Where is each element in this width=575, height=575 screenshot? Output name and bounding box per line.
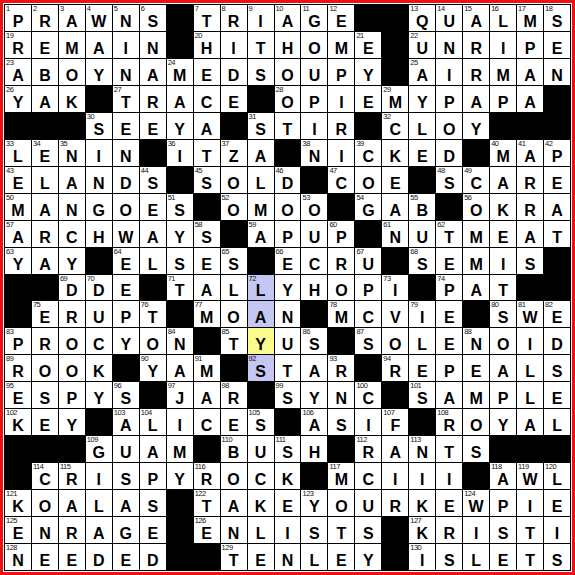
- cell-r20c19[interactable]: S: [490, 517, 516, 543]
- cell-r16c3[interactable]: Y: [59, 409, 85, 435]
- cell-r18c21[interactable]: 120L: [544, 463, 570, 489]
- cell-r3c9[interactable]: D: [221, 59, 247, 85]
- cell-r1c2[interactable]: 2R: [32, 5, 58, 31]
- cell-r14c12[interactable]: A: [301, 355, 327, 381]
- cell-r1c16[interactable]: 13Q: [409, 5, 435, 31]
- cell-r19c20[interactable]: I: [517, 490, 543, 516]
- cell-r7c19[interactable]: A: [490, 167, 516, 193]
- cell-r10c17[interactable]: E: [436, 248, 462, 274]
- cell-r4c14[interactable]: E: [355, 86, 381, 112]
- cell-r21c2[interactable]: E: [32, 544, 58, 570]
- cell-r14c17[interactable]: P: [436, 355, 462, 381]
- cell-r12c16[interactable]: 79I: [409, 301, 435, 327]
- cell-r21c4[interactable]: D: [86, 544, 112, 570]
- cell-r10c5[interactable]: 64E: [113, 248, 139, 274]
- cell-r18c5[interactable]: S: [113, 463, 139, 489]
- cell-r2c2[interactable]: E: [32, 32, 58, 58]
- cell-r16c9[interactable]: E: [221, 409, 247, 435]
- cell-r15c17[interactable]: A: [436, 382, 462, 408]
- cell-r2c3[interactable]: M: [59, 32, 85, 58]
- cell-r1c9[interactable]: 8R: [221, 5, 247, 31]
- cell-r9c4[interactable]: H: [86, 221, 112, 247]
- cell-r3c19[interactable]: M: [490, 59, 516, 85]
- cell-r9c17[interactable]: 62T: [436, 221, 462, 247]
- cell-r1c1[interactable]: 1P: [5, 5, 31, 31]
- cell-r6c1[interactable]: 33L: [5, 140, 31, 166]
- cell-r8c21[interactable]: A: [544, 194, 570, 220]
- cell-r18c16[interactable]: I: [409, 463, 435, 489]
- cell-r14c2[interactable]: O: [32, 355, 58, 381]
- cell-r21c6[interactable]: D: [140, 544, 166, 570]
- cell-r15c4[interactable]: Y: [86, 382, 112, 408]
- cell-r4c12[interactable]: P: [301, 86, 327, 112]
- cell-r16c21[interactable]: L: [544, 409, 570, 435]
- cell-r6c14[interactable]: 39C: [355, 140, 381, 166]
- cell-r2c9[interactable]: I: [221, 32, 247, 58]
- cell-r14c20[interactable]: L: [517, 355, 543, 381]
- cell-r10c11[interactable]: 66E: [275, 248, 301, 274]
- cell-r1c6[interactable]: 6S: [140, 5, 166, 31]
- cell-r3c20[interactable]: A: [517, 59, 543, 85]
- cell-r2c6[interactable]: N: [140, 32, 166, 58]
- cell-r15c16[interactable]: 101S: [409, 382, 435, 408]
- cell-r5c12[interactable]: I: [301, 113, 327, 139]
- cell-r14c10[interactable]: 92S: [248, 355, 274, 381]
- cell-r2c11[interactable]: H: [275, 32, 301, 58]
- cell-r9c10[interactable]: 59A: [248, 221, 274, 247]
- cell-r16c6[interactable]: 104L: [140, 409, 166, 435]
- cell-r18c7[interactable]: Y: [167, 463, 193, 489]
- cell-r19c10[interactable]: K: [248, 490, 274, 516]
- cell-r19c4[interactable]: L: [86, 490, 112, 516]
- cell-r9c20[interactable]: A: [517, 221, 543, 247]
- cell-r11c7[interactable]: 71T: [167, 275, 193, 301]
- cell-r13c19[interactable]: O: [490, 328, 516, 354]
- cell-r13c10[interactable]: Y: [248, 328, 274, 354]
- cell-r7c18[interactable]: 49C: [463, 167, 489, 193]
- cell-r12c3[interactable]: R: [59, 301, 85, 327]
- cell-r11c15[interactable]: 73I: [382, 275, 408, 301]
- cell-r21c12[interactable]: L: [301, 544, 327, 570]
- cell-r7c9[interactable]: O: [221, 167, 247, 193]
- cell-r16c15[interactable]: 107F: [382, 409, 408, 435]
- cell-r15c3[interactable]: P: [59, 382, 85, 408]
- cell-r19c1[interactable]: 121K: [5, 490, 31, 516]
- cell-r8c10[interactable]: M: [248, 194, 274, 220]
- cell-r5c10[interactable]: 31S: [248, 113, 274, 139]
- cell-r18c6[interactable]: P: [140, 463, 166, 489]
- cell-r16c20[interactable]: A: [517, 409, 543, 435]
- cell-r7c20[interactable]: R: [517, 167, 543, 193]
- cell-r18c8[interactable]: 116R: [194, 463, 220, 489]
- cell-r11c5[interactable]: E: [113, 275, 139, 301]
- cell-r1c20[interactable]: 17M: [517, 5, 543, 31]
- cell-r1c8[interactable]: 7T: [194, 5, 220, 31]
- cell-r19c16[interactable]: K: [409, 490, 435, 516]
- cell-r18c11[interactable]: K: [275, 463, 301, 489]
- cell-r19c17[interactable]: E: [436, 490, 462, 516]
- cell-r20c9[interactable]: N: [221, 517, 247, 543]
- cell-r14c8[interactable]: 91M: [194, 355, 220, 381]
- cell-r14c21[interactable]: S: [544, 355, 570, 381]
- cell-r19c9[interactable]: A: [221, 490, 247, 516]
- cell-r7c6[interactable]: 44S: [140, 167, 166, 193]
- cell-r19c12[interactable]: 123Y: [301, 490, 327, 516]
- cell-r13c4[interactable]: C: [86, 328, 112, 354]
- cell-r15c2[interactable]: S: [32, 382, 58, 408]
- cell-r13c7[interactable]: 84N: [167, 328, 193, 354]
- cell-r20c10[interactable]: L: [248, 517, 274, 543]
- cell-r5c11[interactable]: T: [275, 113, 301, 139]
- cell-r17c14[interactable]: 112R: [355, 436, 381, 462]
- cell-r18c3[interactable]: 115R: [59, 463, 85, 489]
- cell-r6c7[interactable]: 36I: [167, 140, 193, 166]
- cell-r12c14[interactable]: C: [355, 301, 381, 327]
- cell-r11c9[interactable]: L: [221, 275, 247, 301]
- cell-r9c19[interactable]: E: [490, 221, 516, 247]
- cell-r10c12[interactable]: C: [301, 248, 327, 274]
- cell-r2c18[interactable]: R: [463, 32, 489, 58]
- cell-r12c11[interactable]: N: [275, 301, 301, 327]
- cell-r14c7[interactable]: A: [167, 355, 193, 381]
- cell-r9c7[interactable]: Y: [167, 221, 193, 247]
- cell-r11c13[interactable]: O: [328, 275, 354, 301]
- cell-r12c17[interactable]: E: [436, 301, 462, 327]
- cell-r13c14[interactable]: 87S: [355, 328, 381, 354]
- cell-r21c18[interactable]: L: [463, 544, 489, 570]
- cell-r19c18[interactable]: 124W: [463, 490, 489, 516]
- cell-r12c2[interactable]: 75E: [32, 301, 58, 327]
- cell-r21c10[interactable]: E: [248, 544, 274, 570]
- cell-r3c17[interactable]: I: [436, 59, 462, 85]
- cell-r17c18[interactable]: S: [463, 436, 489, 462]
- cell-r10c1[interactable]: 63Y: [5, 248, 31, 274]
- cell-r1c21[interactable]: 18S: [544, 5, 570, 31]
- cell-r4c17[interactable]: P: [436, 86, 462, 112]
- cell-r19c8[interactable]: 122T: [194, 490, 220, 516]
- cell-r4c9[interactable]: E: [221, 86, 247, 112]
- cell-r11c18[interactable]: A: [463, 275, 489, 301]
- cell-r7c5[interactable]: D: [113, 167, 139, 193]
- cell-r10c2[interactable]: A: [32, 248, 58, 274]
- cell-r10c13[interactable]: R: [328, 248, 354, 274]
- cell-r5c7[interactable]: Y: [167, 113, 193, 139]
- cell-r9c16[interactable]: U: [409, 221, 435, 247]
- cell-r9c18[interactable]: M: [463, 221, 489, 247]
- cell-r3c14[interactable]: Y: [355, 59, 381, 85]
- cell-r3c6[interactable]: A: [140, 59, 166, 85]
- cell-r9c2[interactable]: R: [32, 221, 58, 247]
- cell-r14c13[interactable]: 93R: [328, 355, 354, 381]
- cell-r16c18[interactable]: O: [463, 409, 489, 435]
- cell-r7c21[interactable]: E: [544, 167, 570, 193]
- cell-r14c6[interactable]: 90Y: [140, 355, 166, 381]
- cell-r3c18[interactable]: R: [463, 59, 489, 85]
- cell-r6c3[interactable]: 35N: [59, 140, 85, 166]
- cell-r9c5[interactable]: W: [113, 221, 139, 247]
- cell-r17c7[interactable]: M: [167, 436, 193, 462]
- cell-r1c12[interactable]: 11G: [301, 5, 327, 31]
- cell-r13c12[interactable]: 86S: [301, 328, 327, 354]
- cell-r16c8[interactable]: C: [194, 409, 220, 435]
- cell-r2c20[interactable]: P: [517, 32, 543, 58]
- cell-r16c5[interactable]: 103A: [113, 409, 139, 435]
- cell-r15c18[interactable]: M: [463, 382, 489, 408]
- cell-r6c4[interactable]: I: [86, 140, 112, 166]
- cell-r7c4[interactable]: N: [86, 167, 112, 193]
- cell-r16c19[interactable]: Y: [490, 409, 516, 435]
- cell-r17c16[interactable]: 113N: [409, 436, 435, 462]
- cell-r4c16[interactable]: Y: [409, 86, 435, 112]
- cell-r9c11[interactable]: P: [275, 221, 301, 247]
- cell-r14c1[interactable]: 89R: [5, 355, 31, 381]
- cell-r5c8[interactable]: A: [194, 113, 220, 139]
- cell-r2c1[interactable]: 19R: [5, 32, 31, 58]
- cell-r4c6[interactable]: R: [140, 86, 166, 112]
- cell-r3c4[interactable]: Y: [86, 59, 112, 85]
- cell-r12c19[interactable]: 80S: [490, 301, 516, 327]
- cell-r3c2[interactable]: B: [32, 59, 58, 85]
- cell-r5c4[interactable]: 30S: [86, 113, 112, 139]
- cell-r19c5[interactable]: A: [113, 490, 139, 516]
- cell-r5c16[interactable]: L: [409, 113, 435, 139]
- cell-r19c21[interactable]: E: [544, 490, 570, 516]
- cell-r18c17[interactable]: I: [436, 463, 462, 489]
- cell-r17c17[interactable]: T: [436, 436, 462, 462]
- cell-r3c21[interactable]: N: [544, 59, 570, 85]
- cell-r12c4[interactable]: U: [86, 301, 112, 327]
- cell-r9c21[interactable]: T: [544, 221, 570, 247]
- cell-r16c13[interactable]: S: [328, 409, 354, 435]
- cell-r11c4[interactable]: 70D: [86, 275, 112, 301]
- cell-r4c11[interactable]: 28O: [275, 86, 301, 112]
- cell-r15c7[interactable]: 97J: [167, 382, 193, 408]
- cell-r20c1[interactable]: 125E: [5, 517, 31, 543]
- cell-r6c16[interactable]: E: [409, 140, 435, 166]
- cell-r5c17[interactable]: O: [436, 113, 462, 139]
- cell-r13c1[interactable]: 83P: [5, 328, 31, 354]
- cell-r18c14[interactable]: C: [355, 463, 381, 489]
- cell-r13c6[interactable]: O: [140, 328, 166, 354]
- cell-r8c20[interactable]: R: [517, 194, 543, 220]
- cell-r3c10[interactable]: S: [248, 59, 274, 85]
- cell-r3c11[interactable]: O: [275, 59, 301, 85]
- cell-r18c13[interactable]: 117M: [328, 463, 354, 489]
- cell-r6c17[interactable]: D: [436, 140, 462, 166]
- cell-r18c19[interactable]: 118A: [490, 463, 516, 489]
- cell-r11c10[interactable]: 72L: [248, 275, 274, 301]
- cell-r4c18[interactable]: A: [463, 86, 489, 112]
- cell-r11c3[interactable]: 69D: [59, 275, 85, 301]
- cell-r11c17[interactable]: 74P: [436, 275, 462, 301]
- cell-r6c13[interactable]: I: [328, 140, 354, 166]
- cell-r20c5[interactable]: G: [113, 517, 139, 543]
- cell-r4c15[interactable]: 29M: [382, 86, 408, 112]
- cell-r2c5[interactable]: I: [113, 32, 139, 58]
- cell-r8c11[interactable]: O: [275, 194, 301, 220]
- cell-r20c11[interactable]: I: [275, 517, 301, 543]
- cell-r13c11[interactable]: U: [275, 328, 301, 354]
- cell-r7c1[interactable]: 43E: [5, 167, 31, 193]
- cell-r4c5[interactable]: 27T: [113, 86, 139, 112]
- cell-r8c7[interactable]: 51S: [167, 194, 193, 220]
- cell-r5c18[interactable]: Y: [463, 113, 489, 139]
- cell-r1c10[interactable]: 9I: [248, 5, 274, 31]
- cell-r15c19[interactable]: P: [490, 382, 516, 408]
- cell-r10c6[interactable]: L: [140, 248, 166, 274]
- cell-r15c12[interactable]: Y: [301, 382, 327, 408]
- cell-r9c15[interactable]: 61N: [382, 221, 408, 247]
- cell-r16c10[interactable]: 105S: [248, 409, 274, 435]
- cell-r9c6[interactable]: A: [140, 221, 166, 247]
- cell-r8c15[interactable]: A: [382, 194, 408, 220]
- cell-r15c20[interactable]: L: [517, 382, 543, 408]
- cell-r17c11[interactable]: 111S: [275, 436, 301, 462]
- cell-r8c4[interactable]: G: [86, 194, 112, 220]
- cell-r21c1[interactable]: 128N: [5, 544, 31, 570]
- cell-r3c1[interactable]: 23A: [5, 59, 31, 85]
- cell-r21c13[interactable]: E: [328, 544, 354, 570]
- cell-r9c1[interactable]: 57A: [5, 221, 31, 247]
- cell-r17c5[interactable]: U: [113, 436, 139, 462]
- cell-r11c8[interactable]: A: [194, 275, 220, 301]
- cell-r9c8[interactable]: 58S: [194, 221, 220, 247]
- cell-r17c10[interactable]: U: [248, 436, 274, 462]
- cell-r12c6[interactable]: 76T: [140, 301, 166, 327]
- cell-r4c3[interactable]: K: [59, 86, 85, 112]
- cell-r6c8[interactable]: T: [194, 140, 220, 166]
- cell-r6c19[interactable]: 40M: [490, 140, 516, 166]
- cell-r2c4[interactable]: A: [86, 32, 112, 58]
- cell-r20c13[interactable]: T: [328, 517, 354, 543]
- cell-r18c10[interactable]: C: [248, 463, 274, 489]
- cell-r19c2[interactable]: O: [32, 490, 58, 516]
- cell-r17c15[interactable]: A: [382, 436, 408, 462]
- cell-r5c6[interactable]: E: [140, 113, 166, 139]
- cell-r15c1[interactable]: 95E: [5, 382, 31, 408]
- cell-r2c8[interactable]: 20H: [194, 32, 220, 58]
- cell-r12c13[interactable]: 78M: [328, 301, 354, 327]
- cell-r4c7[interactable]: A: [167, 86, 193, 112]
- cell-r8c5[interactable]: O: [113, 194, 139, 220]
- cell-r13c5[interactable]: Y: [113, 328, 139, 354]
- cell-r18c9[interactable]: O: [221, 463, 247, 489]
- cell-r13c3[interactable]: O: [59, 328, 85, 354]
- cell-r1c11[interactable]: 10A: [275, 5, 301, 31]
- cell-r2c19[interactable]: I: [490, 32, 516, 58]
- cell-r8c6[interactable]: E: [140, 194, 166, 220]
- cell-r11c19[interactable]: T: [490, 275, 516, 301]
- cell-r14c3[interactable]: O: [59, 355, 85, 381]
- cell-r14c18[interactable]: E: [463, 355, 489, 381]
- cell-r21c9[interactable]: 129T: [221, 544, 247, 570]
- cell-r16c14[interactable]: I: [355, 409, 381, 435]
- cell-r18c2[interactable]: 114C: [32, 463, 58, 489]
- cell-r21c3[interactable]: E: [59, 544, 85, 570]
- cell-r7c8[interactable]: 45S: [194, 167, 220, 193]
- cell-r5c13[interactable]: R: [328, 113, 354, 139]
- cell-r21c5[interactable]: E: [113, 544, 139, 570]
- cell-r9c3[interactable]: C: [59, 221, 85, 247]
- cell-r19c15[interactable]: R: [382, 490, 408, 516]
- cell-r18c20[interactable]: 119W: [517, 463, 543, 489]
- cell-r13c17[interactable]: E: [436, 328, 462, 354]
- cell-r11c11[interactable]: Y: [275, 275, 301, 301]
- cell-r11c12[interactable]: H: [301, 275, 327, 301]
- cell-r7c15[interactable]: E: [382, 167, 408, 193]
- cell-r15c5[interactable]: 96S: [113, 382, 139, 408]
- cell-r3c3[interactable]: O: [59, 59, 85, 85]
- cell-r5c15[interactable]: 32C: [382, 113, 408, 139]
- cell-r6c10[interactable]: A: [248, 140, 274, 166]
- cell-r20c3[interactable]: R: [59, 517, 85, 543]
- cell-r2c14[interactable]: 21E: [355, 32, 381, 58]
- cell-r13c9[interactable]: 85T: [221, 328, 247, 354]
- cell-r15c13[interactable]: N: [328, 382, 354, 408]
- cell-r21c17[interactable]: S: [436, 544, 462, 570]
- cell-r19c3[interactable]: A: [59, 490, 85, 516]
- cell-r20c4[interactable]: A: [86, 517, 112, 543]
- cell-r13c20[interactable]: I: [517, 328, 543, 354]
- cell-r6c12[interactable]: 38N: [301, 140, 327, 166]
- cell-r12c8[interactable]: 77M: [194, 301, 220, 327]
- cell-r20c6[interactable]: E: [140, 517, 166, 543]
- cell-r12c9[interactable]: O: [221, 301, 247, 327]
- cell-r8c14[interactable]: 54G: [355, 194, 381, 220]
- cell-r16c1[interactable]: 102K: [5, 409, 31, 435]
- cell-r8c1[interactable]: 50M: [5, 194, 31, 220]
- cell-r6c20[interactable]: 41A: [517, 140, 543, 166]
- cell-r20c14[interactable]: S: [355, 517, 381, 543]
- cell-r8c19[interactable]: K: [490, 194, 516, 220]
- cell-r3c7[interactable]: 24M: [167, 59, 193, 85]
- cell-r6c2[interactable]: 34E: [32, 140, 58, 166]
- cell-r3c8[interactable]: E: [194, 59, 220, 85]
- cell-r10c18[interactable]: M: [463, 248, 489, 274]
- cell-r8c16[interactable]: 55B: [409, 194, 435, 220]
- cell-r2c17[interactable]: N: [436, 32, 462, 58]
- cell-r16c12[interactable]: 106A: [301, 409, 327, 435]
- cell-r1c17[interactable]: 14U: [436, 5, 462, 31]
- cell-r15c14[interactable]: 100C: [355, 382, 381, 408]
- cell-r3c13[interactable]: P: [328, 59, 354, 85]
- cell-r12c10[interactable]: A: [248, 301, 274, 327]
- cell-r2c21[interactable]: E: [544, 32, 570, 58]
- cell-r7c10[interactable]: L: [248, 167, 274, 193]
- cell-r20c8[interactable]: 126E: [194, 517, 220, 543]
- cell-r7c17[interactable]: 48S: [436, 167, 462, 193]
- cell-r7c3[interactable]: A: [59, 167, 85, 193]
- cell-r13c16[interactable]: L: [409, 328, 435, 354]
- cell-r10c14[interactable]: 67U: [355, 248, 381, 274]
- cell-r6c15[interactable]: K: [382, 140, 408, 166]
- cell-r7c13[interactable]: 47C: [328, 167, 354, 193]
- cell-r20c16[interactable]: 127K: [409, 517, 435, 543]
- cell-r8c3[interactable]: N: [59, 194, 85, 220]
- cell-r20c18[interactable]: I: [463, 517, 489, 543]
- cell-r18c15[interactable]: I: [382, 463, 408, 489]
- cell-r13c15[interactable]: O: [382, 328, 408, 354]
- cell-r1c4[interactable]: 4W: [86, 5, 112, 31]
- cell-r3c12[interactable]: U: [301, 59, 327, 85]
- cell-r21c16[interactable]: 130I: [409, 544, 435, 570]
- cell-r6c9[interactable]: 37Z: [221, 140, 247, 166]
- cell-r4c19[interactable]: P: [490, 86, 516, 112]
- cell-r5c5[interactable]: E: [113, 113, 139, 139]
- cell-r18c4[interactable]: I: [86, 463, 112, 489]
- cell-r14c16[interactable]: E: [409, 355, 435, 381]
- cell-r4c8[interactable]: C: [194, 86, 220, 112]
